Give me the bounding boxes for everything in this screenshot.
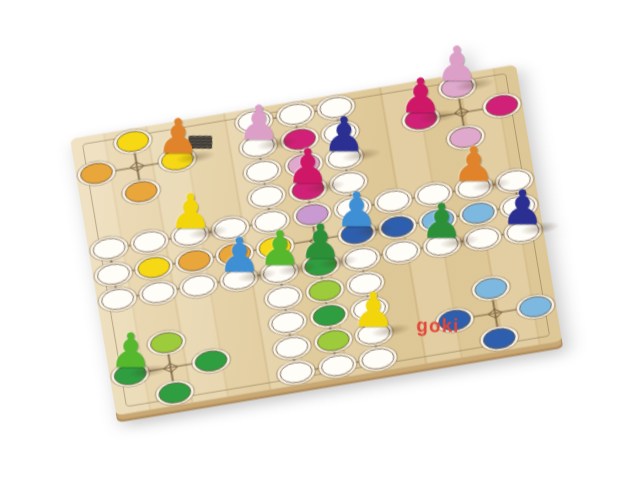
pawn-magenta-2[interactable]: ♟ [284,142,332,190]
pawn-rose-1[interactable]: ♟ [235,98,283,146]
product-photo-scene: goki ♟♟♟♟♟♟♟♟♟♟♟♟♟♟♟♟ [0,0,644,489]
pawn-navy-2[interactable]: ♟ [499,183,547,231]
board-face: goki ♟♟♟♟♟♟♟♟♟♟♟♟♟♟♟♟ [70,65,562,416]
goki-logo: goki [406,315,470,337]
pawn-orange-2[interactable]: ♟ [450,140,498,188]
pawn-orange-1[interactable]: ♟ [154,112,202,160]
ludo-board: goki ♟♟♟♟♟♟♟♟♟♟♟♟♟♟♟♟ [70,65,562,416]
pawn-green-2[interactable]: ♟ [418,197,466,245]
pawn-yellow-1[interactable]: ♟ [166,187,214,235]
pawn-lime-2[interactable]: ♟ [106,326,154,374]
pawn-green-1[interactable]: ♟ [296,217,344,265]
pawn-magenta-1[interactable]: ♟ [397,71,445,119]
pawn-yellow-2[interactable]: ♟ [349,286,397,334]
